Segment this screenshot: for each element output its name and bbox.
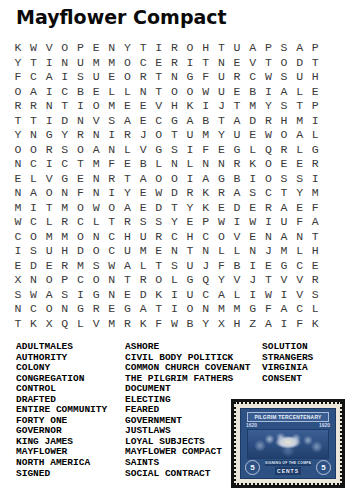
- grid-cell: E: [245, 230, 261, 245]
- grid-cell: A: [276, 201, 292, 216]
- grid-cell: N: [26, 128, 42, 143]
- grid-cell: E: [151, 56, 167, 71]
- grid-cell: V: [229, 273, 245, 288]
- grid-cell: E: [120, 157, 136, 172]
- grid-cell: F: [198, 143, 214, 158]
- grid-cell: O: [88, 273, 104, 288]
- grid-cell: A: [292, 41, 308, 56]
- grid-cell: H: [276, 114, 292, 129]
- grid-cell: G: [214, 172, 230, 187]
- grid-cell: V: [135, 143, 151, 158]
- grid-cell: O: [104, 201, 120, 216]
- grid-cell: E: [135, 201, 151, 216]
- grid-cell: T: [167, 201, 183, 216]
- word-list-item: SOLUTION: [262, 342, 313, 353]
- grid-cell: W: [167, 317, 183, 332]
- grid-cell: L: [73, 317, 89, 332]
- worksheet-page: { "game": "word_search", "title": "Mayfl…: [0, 0, 353, 500]
- grid-cell: L: [88, 215, 104, 230]
- grid-cell: E: [261, 259, 277, 274]
- grid-cell: Y: [198, 317, 214, 332]
- grid-cell: M: [307, 186, 323, 201]
- grid-cell: L: [307, 302, 323, 317]
- grid-cell: I: [57, 70, 73, 85]
- grid-cell: G: [182, 70, 198, 85]
- grid-cell: P: [307, 99, 323, 114]
- grid-cell: E: [135, 114, 151, 129]
- grid-cell: I: [41, 157, 57, 172]
- grid-cell: O: [73, 230, 89, 245]
- grid-cell: H: [182, 230, 198, 245]
- grid-cell: T: [307, 56, 323, 71]
- grid-cell: L: [120, 143, 136, 158]
- grid-cell: R: [151, 230, 167, 245]
- grid-cell: K: [135, 317, 151, 332]
- grid-cell: R: [229, 70, 245, 85]
- grid-cell: W: [10, 215, 26, 230]
- grid-cell: T: [41, 201, 57, 216]
- grid-cell: W: [198, 85, 214, 100]
- grid-cell: F: [10, 70, 26, 85]
- grid-cell: T: [261, 273, 277, 288]
- grid-cell: R: [10, 99, 26, 114]
- grid-cell: B: [245, 85, 261, 100]
- grid-cell: P: [73, 41, 89, 56]
- grid-cell: Q: [198, 273, 214, 288]
- grid-cell: A: [120, 201, 136, 216]
- grid-cell: G: [73, 302, 89, 317]
- grid-cell: Q: [261, 143, 277, 158]
- grid-cell: J: [198, 259, 214, 274]
- stamp-banner-text: SIGNING OF THE COMPACT: [265, 460, 311, 466]
- grid-cell: T: [214, 114, 230, 129]
- grid-cell: O: [261, 172, 277, 187]
- grid-cell: L: [41, 215, 57, 230]
- grid-cell: C: [73, 273, 89, 288]
- stamp-year-left: 1620: [246, 422, 257, 428]
- grid-cell: A: [307, 215, 323, 230]
- grid-cell: N: [10, 302, 26, 317]
- grid-cell: L: [167, 273, 183, 288]
- grid-cell: V: [245, 56, 261, 71]
- grid-cell: S: [276, 99, 292, 114]
- grid-cell: G: [57, 172, 73, 187]
- grid-cell: M: [214, 302, 230, 317]
- grid-cell: D: [245, 114, 261, 129]
- grid-cell: P: [261, 41, 277, 56]
- grid-cell: E: [151, 244, 167, 259]
- grid-cell: F: [307, 201, 323, 216]
- grid-cell: W: [26, 41, 42, 56]
- grid-cell: N: [214, 56, 230, 71]
- grid-cell: L: [120, 85, 136, 100]
- grid-cell: S: [151, 215, 167, 230]
- grid-cell: I: [151, 41, 167, 56]
- grid-cell: E: [88, 85, 104, 100]
- grid-cell: H: [229, 317, 245, 332]
- grid-cell: C: [10, 230, 26, 245]
- grid-cell: T: [10, 317, 26, 332]
- grid-cell: E: [73, 172, 89, 187]
- grid-cell: A: [182, 114, 198, 129]
- grid-cell: R: [57, 215, 73, 230]
- grid-cell: T: [26, 114, 42, 129]
- grid-cell: Z: [245, 317, 261, 332]
- grid-cell: B: [229, 259, 245, 274]
- grid-cell: D: [73, 244, 89, 259]
- grid-cell: I: [307, 172, 323, 187]
- grid-cell: E: [229, 56, 245, 71]
- grid-cell: A: [26, 186, 42, 201]
- grid-cell: Y: [57, 128, 73, 143]
- grid-cell: I: [245, 259, 261, 274]
- grid-cell: T: [307, 230, 323, 245]
- grid-cell: V: [88, 317, 104, 332]
- grid-cell: M: [88, 157, 104, 172]
- grid-cell: R: [261, 201, 277, 216]
- grid-cell: U: [182, 259, 198, 274]
- grid-cell: H: [167, 99, 183, 114]
- grid-cell: O: [41, 273, 57, 288]
- grid-cell: R: [57, 259, 73, 274]
- grid-cell: M: [135, 244, 151, 259]
- grid-cell: G: [88, 288, 104, 303]
- grid-cell: B: [229, 172, 245, 187]
- grid-cell: C: [26, 70, 42, 85]
- grid-cell: O: [10, 143, 26, 158]
- grid-cell: H: [120, 230, 136, 245]
- grid-cell: N: [88, 230, 104, 245]
- grid-cell: N: [104, 41, 120, 56]
- grid-cell: B: [198, 114, 214, 129]
- grid-cell: S: [88, 259, 104, 274]
- word-list-item: ASHORE: [125, 342, 250, 353]
- grid-cell: C: [167, 230, 183, 245]
- grid-cell: F: [214, 259, 230, 274]
- stamp-cents-label: CENTS: [275, 467, 301, 475]
- grid-cell: K: [151, 288, 167, 303]
- grid-cell: O: [57, 41, 73, 56]
- grid-cell: C: [26, 215, 42, 230]
- grid-cell: R: [120, 128, 136, 143]
- grid-cell: T: [135, 41, 151, 56]
- grid-cell: A: [229, 186, 245, 201]
- grid-cell: O: [182, 41, 198, 56]
- grid-cell: N: [26, 273, 42, 288]
- grid-cell: A: [245, 41, 261, 56]
- grid-cell: L: [229, 244, 245, 259]
- grid-cell: G: [307, 143, 323, 158]
- grid-cell: M: [41, 230, 57, 245]
- grid-cell: T: [104, 215, 120, 230]
- grid-cell: O: [88, 244, 104, 259]
- grid-cell: B: [73, 85, 89, 100]
- grid-cell: U: [214, 85, 230, 100]
- grid-cell: I: [104, 186, 120, 201]
- grid-cell: T: [120, 273, 136, 288]
- grid-cell: N: [167, 157, 183, 172]
- grid-cell: D: [167, 186, 183, 201]
- grid-cell: L: [307, 128, 323, 143]
- grid-cell: W: [26, 288, 42, 303]
- grid-cell: A: [292, 128, 308, 143]
- grid-cell: O: [10, 85, 26, 100]
- grid-cell: I: [73, 99, 89, 114]
- grid-cell: N: [57, 56, 73, 71]
- grid-cell: E: [41, 259, 57, 274]
- word-list-item: NORTH AMERICA: [16, 458, 107, 469]
- grid-cell: M: [245, 99, 261, 114]
- grid-cell: C: [261, 186, 277, 201]
- grid-cell: T: [57, 99, 73, 114]
- grid-cell: H: [57, 244, 73, 259]
- grid-cell: R: [88, 302, 104, 317]
- grid-cell: N: [167, 70, 183, 85]
- grid-cell: G: [151, 143, 167, 158]
- grid-cell: T: [167, 128, 183, 143]
- grid-cell: E: [88, 41, 104, 56]
- grid-cell: U: [135, 230, 151, 245]
- grid-cell: H: [307, 70, 323, 85]
- grid-cell: R: [26, 99, 42, 114]
- grid-cell: B: [182, 317, 198, 332]
- grid-cell: R: [73, 128, 89, 143]
- grid-cell: U: [88, 70, 104, 85]
- grid-cell: S: [135, 215, 151, 230]
- grid-cell: U: [182, 288, 198, 303]
- stamp-years: 1620 1920: [246, 422, 330, 428]
- grid-cell: I: [41, 85, 57, 100]
- grid-cell: J: [135, 128, 151, 143]
- grid-cell: C: [57, 157, 73, 172]
- grid-cell: R: [261, 114, 277, 129]
- grid-cell: F: [261, 302, 277, 317]
- grid-cell: O: [151, 172, 167, 187]
- grid-cell: Y: [120, 186, 136, 201]
- grid-cell: L: [182, 157, 198, 172]
- grid-cell: O: [276, 128, 292, 143]
- grid-cell: J: [261, 244, 277, 259]
- grid-cell: N: [88, 128, 104, 143]
- grid-cell: O: [26, 143, 42, 158]
- grid-cell: E: [307, 259, 323, 274]
- grid-cell: R: [120, 317, 136, 332]
- grid-cell: A: [135, 172, 151, 187]
- grid-cell: K: [10, 41, 26, 56]
- grid-cell: T: [292, 99, 308, 114]
- grid-cell: M: [276, 244, 292, 259]
- grid-cell: E: [214, 201, 230, 216]
- grid-cell: C: [292, 259, 308, 274]
- grid-cell: I: [167, 302, 183, 317]
- grid-cell: O: [41, 302, 57, 317]
- pilgrim-tercentenary-stamp: PILGRIM TERCENTENARY 1620 1920 SIGNING O…: [231, 399, 345, 488]
- grid-cell: I: [245, 172, 261, 187]
- grid-cell: O: [214, 230, 230, 245]
- grid-cell: I: [276, 288, 292, 303]
- grid-cell: L: [245, 143, 261, 158]
- grid-cell: P: [57, 273, 73, 288]
- grid-cell: I: [276, 317, 292, 332]
- grid-cell: I: [41, 56, 57, 71]
- grid-cell: O: [151, 273, 167, 288]
- grid-cell: L: [292, 143, 308, 158]
- grid-cell: O: [167, 172, 183, 187]
- grid-cell: C: [198, 230, 214, 245]
- grid-cell: U: [229, 41, 245, 56]
- grid-cell: Y: [182, 201, 198, 216]
- grid-cell: L: [292, 85, 308, 100]
- grid-cell: O: [261, 157, 277, 172]
- grid-cell: M: [10, 201, 26, 216]
- grid-cell: U: [120, 244, 136, 259]
- grid-cell: G: [229, 143, 245, 158]
- grid-cell: Y: [292, 186, 308, 201]
- grid-cell: Q: [57, 317, 73, 332]
- grid-cell: F: [104, 157, 120, 172]
- grid-cell: E: [292, 201, 308, 216]
- grid-cell: F: [292, 317, 308, 332]
- grid-cell: V: [41, 41, 57, 56]
- grid-cell: W: [214, 215, 230, 230]
- grid-cell: A: [276, 85, 292, 100]
- grid-cell: W: [104, 259, 120, 274]
- grid-cell: A: [41, 70, 57, 85]
- grid-cell: N: [104, 143, 120, 158]
- grid-cell: Y: [261, 99, 277, 114]
- grid-cell: G: [41, 128, 57, 143]
- grid-cell: S: [57, 143, 73, 158]
- grid-cell: K: [198, 201, 214, 216]
- word-list-item: ADULTMALES: [16, 342, 107, 353]
- grid-cell: I: [307, 114, 323, 129]
- grid-cell: M: [104, 99, 120, 114]
- grid-cell: I: [182, 143, 198, 158]
- grid-cell: S: [276, 41, 292, 56]
- grid-cell: S: [104, 114, 120, 129]
- grid-cell: T: [182, 244, 198, 259]
- grid-cell: N: [198, 157, 214, 172]
- grid-cell: U: [73, 56, 89, 71]
- grid-cell: Y: [167, 215, 183, 230]
- word-list-item: SIGNED: [16, 469, 107, 480]
- grid-cell: K: [198, 186, 214, 201]
- grid-cell: A: [214, 288, 230, 303]
- grid-cell: A: [276, 302, 292, 317]
- grid-cell: S: [57, 288, 73, 303]
- grid-cell: D: [135, 288, 151, 303]
- grid-cell: M: [198, 128, 214, 143]
- grid-cell: I: [261, 85, 277, 100]
- grid-cell: G: [167, 114, 183, 129]
- grid-cell: U: [229, 128, 245, 143]
- grid-cell: V: [292, 273, 308, 288]
- grid-cell: I: [182, 56, 198, 71]
- grid-cell: A: [261, 317, 277, 332]
- grid-cell: M: [73, 259, 89, 274]
- grid-cell: F: [73, 186, 89, 201]
- grid-cell: A: [198, 172, 214, 187]
- grid-cell: L: [151, 157, 167, 172]
- grid-cell: L: [229, 288, 245, 303]
- grid-cell: S: [276, 172, 292, 187]
- grid-cell: R: [167, 41, 183, 56]
- grid-cell: M: [292, 114, 308, 129]
- grid-cell: I: [167, 288, 183, 303]
- grid-cell: N: [57, 186, 73, 201]
- grid-cell: T: [26, 56, 42, 71]
- grid-cell: G: [182, 273, 198, 288]
- grid-cell: W: [245, 215, 261, 230]
- grid-cell: N: [214, 157, 230, 172]
- grid-cell: O: [276, 56, 292, 71]
- grid-cell: E: [307, 85, 323, 100]
- grid-cell: R: [214, 186, 230, 201]
- grid-cell: Y: [10, 56, 26, 71]
- grid-cell: C: [104, 244, 120, 259]
- grid-cell: A: [88, 143, 104, 158]
- grid-cell: R: [229, 157, 245, 172]
- grid-cell: S: [167, 259, 183, 274]
- grid-cell: R: [120, 215, 136, 230]
- grid-cell: I: [73, 288, 89, 303]
- grid-cell: E: [276, 157, 292, 172]
- grid-cell: E: [229, 85, 245, 100]
- grid-cell: L: [104, 85, 120, 100]
- word-list-column-3: SOLUTIONSTRANGERSVIRGINIACONSENT: [262, 342, 313, 384]
- page-title: Mayflower Compact: [16, 6, 227, 28]
- grid-cell: I: [261, 215, 277, 230]
- grid-cell: A: [41, 288, 57, 303]
- grid-cell: O: [73, 201, 89, 216]
- grid-cell: N: [292, 230, 308, 245]
- grid-cell: T: [151, 302, 167, 317]
- grid-cell: B: [135, 157, 151, 172]
- grid-cell: E: [120, 99, 136, 114]
- grid-cell: E: [292, 157, 308, 172]
- grid-cell: P: [198, 215, 214, 230]
- grid-cell: E: [135, 99, 151, 114]
- grid-cell: N: [88, 186, 104, 201]
- grid-cell: C: [292, 302, 308, 317]
- grid-cell: N: [167, 244, 183, 259]
- grid-cell: M: [57, 201, 73, 216]
- grid-cell: I: [245, 288, 261, 303]
- grid-cell: R: [104, 172, 120, 187]
- grid-cell: E: [104, 302, 120, 317]
- grid-cell: O: [88, 99, 104, 114]
- grid-cell: A: [276, 230, 292, 245]
- grid-cell: S: [73, 70, 89, 85]
- grid-cell: C: [26, 302, 42, 317]
- grid-cell: O: [73, 143, 89, 158]
- grid-cell: I: [41, 114, 57, 129]
- grid-cell: J: [245, 273, 261, 288]
- grid-cell: Y: [214, 128, 230, 143]
- grid-cell: U: [276, 215, 292, 230]
- grid-cell: X: [41, 317, 57, 332]
- grid-cell: E: [182, 215, 198, 230]
- grid-cell: L: [26, 172, 42, 187]
- grid-cell: E: [10, 172, 26, 187]
- grid-cell: T: [276, 186, 292, 201]
- grid-cell: N: [104, 288, 120, 303]
- grid-cell: K: [26, 317, 42, 332]
- grid-cell: U: [182, 128, 198, 143]
- grid-cell: I: [182, 172, 198, 187]
- grid-cell: M: [88, 56, 104, 71]
- grid-cell: D: [57, 114, 73, 129]
